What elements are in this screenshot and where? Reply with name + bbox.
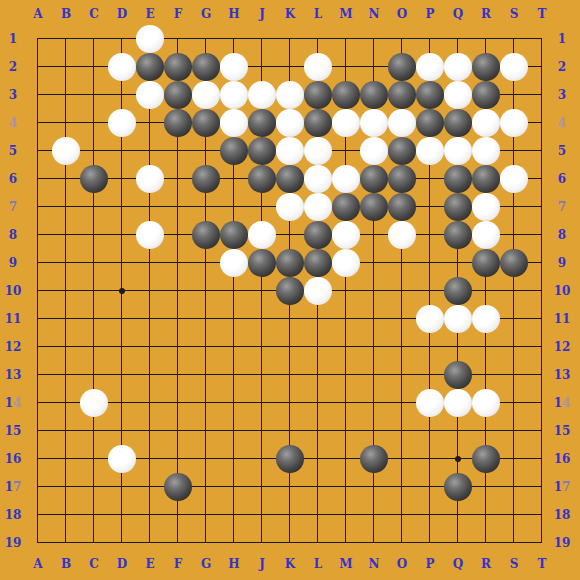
intersection-M16[interactable] [332, 445, 360, 473]
intersection-H8[interactable] [220, 221, 248, 249]
intersection-L18[interactable] [304, 501, 332, 529]
intersection-H19[interactable] [220, 529, 248, 557]
intersection-P2[interactable] [416, 53, 444, 81]
intersection-R10[interactable] [472, 277, 500, 305]
intersection-O5[interactable] [388, 137, 416, 165]
intersection-P7[interactable] [416, 193, 444, 221]
intersection-D1[interactable] [108, 25, 136, 53]
intersection-K3[interactable] [276, 81, 304, 109]
intersection-S14[interactable] [500, 389, 528, 417]
intersection-K2[interactable] [276, 53, 304, 81]
intersection-O10[interactable] [388, 277, 416, 305]
intersection-M17[interactable] [332, 473, 360, 501]
intersection-T6[interactable] [528, 165, 556, 193]
intersection-M2[interactable] [332, 53, 360, 81]
intersection-N6[interactable] [360, 165, 388, 193]
intersection-K12[interactable] [276, 333, 304, 361]
intersection-C7[interactable] [80, 193, 108, 221]
intersection-K8[interactable] [276, 221, 304, 249]
intersection-L12[interactable] [304, 333, 332, 361]
intersection-N1[interactable] [360, 25, 388, 53]
intersection-A11[interactable] [24, 305, 52, 333]
intersection-M7[interactable] [332, 193, 360, 221]
intersection-K1[interactable] [276, 25, 304, 53]
intersection-E6[interactable] [136, 165, 164, 193]
intersection-B2[interactable] [52, 53, 80, 81]
intersection-P8[interactable] [416, 221, 444, 249]
intersection-H10[interactable] [220, 277, 248, 305]
intersection-N19[interactable] [360, 529, 388, 557]
intersection-J12[interactable] [248, 333, 276, 361]
intersection-A2[interactable] [24, 53, 52, 81]
intersection-R19[interactable] [472, 529, 500, 557]
intersection-D12[interactable] [108, 333, 136, 361]
intersection-M14[interactable] [332, 389, 360, 417]
intersection-T1[interactable] [528, 25, 556, 53]
intersection-C14[interactable] [80, 389, 108, 417]
intersection-M18[interactable] [332, 501, 360, 529]
intersection-N5[interactable] [360, 137, 388, 165]
intersection-G3[interactable] [192, 81, 220, 109]
intersection-A3[interactable] [24, 81, 52, 109]
intersection-P3[interactable] [416, 81, 444, 109]
intersection-E5[interactable] [136, 137, 164, 165]
intersection-H9[interactable] [220, 249, 248, 277]
intersection-F19[interactable] [164, 529, 192, 557]
intersection-F4[interactable] [164, 109, 192, 137]
intersection-G14[interactable] [192, 389, 220, 417]
intersection-P9[interactable] [416, 249, 444, 277]
intersection-E4[interactable] [136, 109, 164, 137]
intersection-T10[interactable] [528, 277, 556, 305]
intersection-C13[interactable] [80, 361, 108, 389]
intersection-J14[interactable] [248, 389, 276, 417]
intersection-G15[interactable] [192, 417, 220, 445]
intersection-F5[interactable] [164, 137, 192, 165]
intersection-Q4[interactable] [444, 109, 472, 137]
intersection-C5[interactable] [80, 137, 108, 165]
intersection-B14[interactable] [52, 389, 80, 417]
intersection-Q11[interactable] [444, 305, 472, 333]
intersection-A4[interactable] [24, 109, 52, 137]
intersection-A18[interactable] [24, 501, 52, 529]
intersection-R11[interactable] [472, 305, 500, 333]
intersection-F12[interactable] [164, 333, 192, 361]
intersection-R17[interactable] [472, 473, 500, 501]
intersection-J8[interactable] [248, 221, 276, 249]
intersection-S11[interactable] [500, 305, 528, 333]
intersection-R3[interactable] [472, 81, 500, 109]
intersection-R16[interactable] [472, 445, 500, 473]
intersection-N18[interactable] [360, 501, 388, 529]
intersection-J10[interactable] [248, 277, 276, 305]
intersection-C18[interactable] [80, 501, 108, 529]
intersection-N16[interactable] [360, 445, 388, 473]
intersection-R6[interactable] [472, 165, 500, 193]
intersection-F8[interactable] [164, 221, 192, 249]
intersection-E10[interactable] [136, 277, 164, 305]
intersection-H18[interactable] [220, 501, 248, 529]
intersection-J5[interactable] [248, 137, 276, 165]
intersection-C11[interactable] [80, 305, 108, 333]
intersection-O4[interactable] [388, 109, 416, 137]
intersection-A8[interactable] [24, 221, 52, 249]
intersection-L14[interactable] [304, 389, 332, 417]
intersection-B4[interactable] [52, 109, 80, 137]
intersection-H15[interactable] [220, 417, 248, 445]
intersection-H12[interactable] [220, 333, 248, 361]
intersection-K10[interactable] [276, 277, 304, 305]
intersection-J16[interactable] [248, 445, 276, 473]
intersection-M11[interactable] [332, 305, 360, 333]
intersection-Q2[interactable] [444, 53, 472, 81]
intersection-H17[interactable] [220, 473, 248, 501]
intersection-B7[interactable] [52, 193, 80, 221]
intersection-L9[interactable] [304, 249, 332, 277]
intersection-Q14[interactable] [444, 389, 472, 417]
intersection-R2[interactable] [472, 53, 500, 81]
intersection-D13[interactable] [108, 361, 136, 389]
intersection-P13[interactable] [416, 361, 444, 389]
intersection-L3[interactable] [304, 81, 332, 109]
intersection-F11[interactable] [164, 305, 192, 333]
intersection-C1[interactable] [80, 25, 108, 53]
intersection-B11[interactable] [52, 305, 80, 333]
intersection-R8[interactable] [472, 221, 500, 249]
intersection-A17[interactable] [24, 473, 52, 501]
intersection-K6[interactable] [276, 165, 304, 193]
intersection-E12[interactable] [136, 333, 164, 361]
intersection-F9[interactable] [164, 249, 192, 277]
intersection-O11[interactable] [388, 305, 416, 333]
intersection-G16[interactable] [192, 445, 220, 473]
intersection-G12[interactable] [192, 333, 220, 361]
intersection-S9[interactable] [500, 249, 528, 277]
intersection-E7[interactable] [136, 193, 164, 221]
intersection-E16[interactable] [136, 445, 164, 473]
intersection-S7[interactable] [500, 193, 528, 221]
intersection-A15[interactable] [24, 417, 52, 445]
intersection-P10[interactable] [416, 277, 444, 305]
intersection-O6[interactable] [388, 165, 416, 193]
intersection-K18[interactable] [276, 501, 304, 529]
intersection-B13[interactable] [52, 361, 80, 389]
intersection-L4[interactable] [304, 109, 332, 137]
intersection-M1[interactable] [332, 25, 360, 53]
intersection-J9[interactable] [248, 249, 276, 277]
intersection-T18[interactable] [528, 501, 556, 529]
intersection-C15[interactable] [80, 417, 108, 445]
intersection-G18[interactable] [192, 501, 220, 529]
intersection-A6[interactable] [24, 165, 52, 193]
intersection-N11[interactable] [360, 305, 388, 333]
intersection-F17[interactable] [164, 473, 192, 501]
intersection-D6[interactable] [108, 165, 136, 193]
intersection-K17[interactable] [276, 473, 304, 501]
intersection-J4[interactable] [248, 109, 276, 137]
intersection-Q9[interactable] [444, 249, 472, 277]
intersection-K5[interactable] [276, 137, 304, 165]
intersection-T8[interactable] [528, 221, 556, 249]
intersection-G8[interactable] [192, 221, 220, 249]
intersection-T17[interactable] [528, 473, 556, 501]
intersection-G5[interactable] [192, 137, 220, 165]
intersection-T19[interactable] [528, 529, 556, 557]
intersection-N7[interactable] [360, 193, 388, 221]
intersection-C4[interactable] [80, 109, 108, 137]
intersection-B19[interactable] [52, 529, 80, 557]
intersection-A16[interactable] [24, 445, 52, 473]
intersection-S17[interactable] [500, 473, 528, 501]
intersection-P6[interactable] [416, 165, 444, 193]
intersection-S18[interactable] [500, 501, 528, 529]
intersection-M8[interactable] [332, 221, 360, 249]
intersection-O13[interactable] [388, 361, 416, 389]
intersection-G9[interactable] [192, 249, 220, 277]
intersection-D10[interactable] [108, 277, 136, 305]
intersection-P5[interactable] [416, 137, 444, 165]
intersection-Q7[interactable] [444, 193, 472, 221]
intersection-C8[interactable] [80, 221, 108, 249]
intersection-R1[interactable] [472, 25, 500, 53]
intersection-S6[interactable] [500, 165, 528, 193]
intersection-H4[interactable] [220, 109, 248, 137]
intersection-H13[interactable] [220, 361, 248, 389]
intersection-T3[interactable] [528, 81, 556, 109]
intersection-S8[interactable] [500, 221, 528, 249]
intersection-P12[interactable] [416, 333, 444, 361]
intersection-M4[interactable] [332, 109, 360, 137]
intersection-B3[interactable] [52, 81, 80, 109]
intersection-N9[interactable] [360, 249, 388, 277]
intersection-P18[interactable] [416, 501, 444, 529]
intersection-Q8[interactable] [444, 221, 472, 249]
intersection-D14[interactable] [108, 389, 136, 417]
intersection-L13[interactable] [304, 361, 332, 389]
intersection-E17[interactable] [136, 473, 164, 501]
intersection-L1[interactable] [304, 25, 332, 53]
intersection-T7[interactable] [528, 193, 556, 221]
intersection-T11[interactable] [528, 305, 556, 333]
intersection-S15[interactable] [500, 417, 528, 445]
intersection-Q18[interactable] [444, 501, 472, 529]
intersection-G13[interactable] [192, 361, 220, 389]
intersection-Q16[interactable] [444, 445, 472, 473]
intersection-H3[interactable] [220, 81, 248, 109]
intersection-B10[interactable] [52, 277, 80, 305]
intersection-A1[interactable] [24, 25, 52, 53]
intersection-D19[interactable] [108, 529, 136, 557]
intersection-L2[interactable] [304, 53, 332, 81]
intersection-M6[interactable] [332, 165, 360, 193]
intersection-K4[interactable] [276, 109, 304, 137]
intersection-B8[interactable] [52, 221, 80, 249]
intersection-N10[interactable] [360, 277, 388, 305]
intersection-E8[interactable] [136, 221, 164, 249]
intersection-F7[interactable] [164, 193, 192, 221]
intersection-H14[interactable] [220, 389, 248, 417]
intersection-B15[interactable] [52, 417, 80, 445]
intersection-P17[interactable] [416, 473, 444, 501]
intersection-Q6[interactable] [444, 165, 472, 193]
intersection-J7[interactable] [248, 193, 276, 221]
intersection-F3[interactable] [164, 81, 192, 109]
intersection-G11[interactable] [192, 305, 220, 333]
intersection-N15[interactable] [360, 417, 388, 445]
intersection-K15[interactable] [276, 417, 304, 445]
intersection-K7[interactable] [276, 193, 304, 221]
intersection-F1[interactable] [164, 25, 192, 53]
intersection-R5[interactable] [472, 137, 500, 165]
intersection-B9[interactable] [52, 249, 80, 277]
intersection-H6[interactable] [220, 165, 248, 193]
intersection-T12[interactable] [528, 333, 556, 361]
intersection-O18[interactable] [388, 501, 416, 529]
intersection-A19[interactable] [24, 529, 52, 557]
intersection-C9[interactable] [80, 249, 108, 277]
intersection-M3[interactable] [332, 81, 360, 109]
intersection-E14[interactable] [136, 389, 164, 417]
intersection-T16[interactable] [528, 445, 556, 473]
intersection-O3[interactable] [388, 81, 416, 109]
intersection-J18[interactable] [248, 501, 276, 529]
intersection-Q13[interactable] [444, 361, 472, 389]
intersection-O14[interactable] [388, 389, 416, 417]
intersection-D17[interactable] [108, 473, 136, 501]
intersection-P11[interactable] [416, 305, 444, 333]
intersection-M19[interactable] [332, 529, 360, 557]
intersection-A10[interactable] [24, 277, 52, 305]
intersection-D2[interactable] [108, 53, 136, 81]
intersection-A7[interactable] [24, 193, 52, 221]
intersection-L7[interactable] [304, 193, 332, 221]
intersection-H2[interactable] [220, 53, 248, 81]
intersection-Q15[interactable] [444, 417, 472, 445]
intersection-J13[interactable] [248, 361, 276, 389]
intersection-H7[interactable] [220, 193, 248, 221]
intersection-B6[interactable] [52, 165, 80, 193]
intersection-B16[interactable] [52, 445, 80, 473]
intersection-S12[interactable] [500, 333, 528, 361]
intersection-A9[interactable] [24, 249, 52, 277]
intersection-C3[interactable] [80, 81, 108, 109]
intersection-P1[interactable] [416, 25, 444, 53]
intersection-D15[interactable] [108, 417, 136, 445]
intersection-M9[interactable] [332, 249, 360, 277]
intersection-L11[interactable] [304, 305, 332, 333]
intersection-J11[interactable] [248, 305, 276, 333]
intersection-P4[interactable] [416, 109, 444, 137]
intersection-J17[interactable] [248, 473, 276, 501]
intersection-T14[interactable] [528, 389, 556, 417]
intersection-D3[interactable] [108, 81, 136, 109]
intersection-N3[interactable] [360, 81, 388, 109]
intersection-M12[interactable] [332, 333, 360, 361]
intersection-S3[interactable] [500, 81, 528, 109]
intersection-Q19[interactable] [444, 529, 472, 557]
intersection-K19[interactable] [276, 529, 304, 557]
intersection-L17[interactable] [304, 473, 332, 501]
intersection-R7[interactable] [472, 193, 500, 221]
intersection-B1[interactable] [52, 25, 80, 53]
intersection-J6[interactable] [248, 165, 276, 193]
intersection-Q10[interactable] [444, 277, 472, 305]
intersection-T15[interactable] [528, 417, 556, 445]
intersection-D4[interactable] [108, 109, 136, 137]
intersection-O16[interactable] [388, 445, 416, 473]
intersection-L19[interactable] [304, 529, 332, 557]
intersection-L15[interactable] [304, 417, 332, 445]
intersection-O2[interactable] [388, 53, 416, 81]
intersection-A13[interactable] [24, 361, 52, 389]
intersection-R4[interactable] [472, 109, 500, 137]
intersection-T5[interactable] [528, 137, 556, 165]
intersection-J3[interactable] [248, 81, 276, 109]
intersection-G1[interactable] [192, 25, 220, 53]
intersection-A12[interactable] [24, 333, 52, 361]
intersection-O7[interactable] [388, 193, 416, 221]
intersection-S1[interactable] [500, 25, 528, 53]
intersection-L10[interactable] [304, 277, 332, 305]
intersection-M13[interactable] [332, 361, 360, 389]
intersection-S4[interactable] [500, 109, 528, 137]
intersection-T2[interactable] [528, 53, 556, 81]
intersection-T4[interactable] [528, 109, 556, 137]
intersection-Q12[interactable] [444, 333, 472, 361]
intersection-A5[interactable] [24, 137, 52, 165]
intersection-G10[interactable] [192, 277, 220, 305]
intersection-G6[interactable] [192, 165, 220, 193]
intersection-N2[interactable] [360, 53, 388, 81]
intersection-B18[interactable] [52, 501, 80, 529]
intersection-D11[interactable] [108, 305, 136, 333]
intersection-F18[interactable] [164, 501, 192, 529]
intersection-C10[interactable] [80, 277, 108, 305]
intersection-D8[interactable] [108, 221, 136, 249]
intersection-S13[interactable] [500, 361, 528, 389]
intersection-E13[interactable] [136, 361, 164, 389]
intersection-S5[interactable] [500, 137, 528, 165]
intersection-R18[interactable] [472, 501, 500, 529]
intersection-F16[interactable] [164, 445, 192, 473]
intersection-R12[interactable] [472, 333, 500, 361]
intersection-O17[interactable] [388, 473, 416, 501]
intersection-E9[interactable] [136, 249, 164, 277]
intersection-G4[interactable] [192, 109, 220, 137]
intersection-O12[interactable] [388, 333, 416, 361]
intersection-F2[interactable] [164, 53, 192, 81]
intersection-B17[interactable] [52, 473, 80, 501]
intersection-H5[interactable] [220, 137, 248, 165]
intersection-P19[interactable] [416, 529, 444, 557]
intersection-F13[interactable] [164, 361, 192, 389]
intersection-D9[interactable] [108, 249, 136, 277]
intersection-Q5[interactable] [444, 137, 472, 165]
intersection-M5[interactable] [332, 137, 360, 165]
intersection-G17[interactable] [192, 473, 220, 501]
intersection-P14[interactable] [416, 389, 444, 417]
intersection-R15[interactable] [472, 417, 500, 445]
intersection-J15[interactable] [248, 417, 276, 445]
intersection-K16[interactable] [276, 445, 304, 473]
intersection-O8[interactable] [388, 221, 416, 249]
intersection-O19[interactable] [388, 529, 416, 557]
intersection-L8[interactable] [304, 221, 332, 249]
intersection-J2[interactable] [248, 53, 276, 81]
intersection-C19[interactable] [80, 529, 108, 557]
intersection-Q17[interactable] [444, 473, 472, 501]
intersection-S16[interactable] [500, 445, 528, 473]
